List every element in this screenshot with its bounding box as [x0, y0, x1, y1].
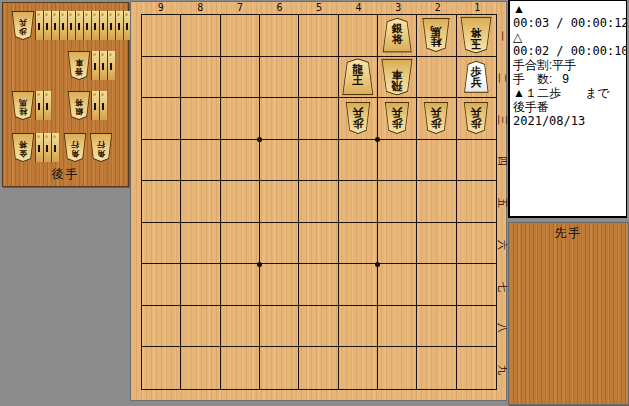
board-cell[interactable]: [417, 347, 456, 389]
board-cell[interactable]: [299, 223, 338, 265]
captured-stack-edge: [107, 51, 115, 80]
board-cell[interactable]: [339, 15, 378, 57]
shogi-piece[interactable]: 銀将: [67, 91, 91, 120]
board-cell[interactable]: [221, 347, 260, 389]
move-count-label: 手 数: 9: [513, 72, 626, 86]
shogi-piece[interactable]: 歩兵: [423, 102, 449, 134]
captured-stack[interactable]: 角行角行: [63, 133, 113, 162]
captured-stack-edge: [35, 91, 43, 120]
board-cell[interactable]: [142, 140, 181, 182]
gote-clock-mark: △: [513, 30, 626, 44]
captured-stack-edge: [43, 133, 51, 162]
shogi-board: 987654321 一二三四五六七八九 銀将桂馬玉将龍王飛車歩兵歩兵歩兵歩兵歩兵: [131, 2, 506, 400]
board-cell[interactable]: [260, 347, 299, 389]
board-cell[interactable]: [457, 181, 496, 223]
captured-stack-edge: [99, 91, 107, 120]
board-cell[interactable]: [457, 306, 496, 348]
shogi-app-window: 歩兵香車桂馬銀将金将角行角行 後手 987654321 一二三四五六七八九 銀将…: [0, 0, 629, 406]
board-cell[interactable]: [221, 181, 260, 223]
shogi-piece[interactable]: 桂馬: [11, 91, 35, 120]
board-cell[interactable]: [339, 347, 378, 389]
captured-stack-edge: [99, 51, 107, 80]
file-label: 5: [299, 2, 339, 14]
file-label: 1: [458, 2, 498, 14]
board-cell[interactable]: [181, 57, 220, 99]
captured-stack-edge: [115, 11, 123, 40]
star-point: [375, 137, 380, 142]
board-cell[interactable]: [221, 264, 260, 306]
board-cell[interactable]: [260, 223, 299, 265]
board-cell[interactable]: [181, 140, 220, 182]
board-cell[interactable]: [417, 181, 456, 223]
board-cell[interactable]: [417, 306, 456, 348]
board-cell[interactable]: [181, 15, 220, 57]
captured-stack[interactable]: 桂馬: [11, 91, 51, 120]
captured-stack[interactable]: 金将: [11, 133, 59, 162]
board-cell[interactable]: [339, 264, 378, 306]
captured-stack[interactable]: 香車: [67, 51, 115, 80]
board-cell[interactable]: [378, 347, 417, 389]
board-cell[interactable]: [221, 140, 260, 182]
captured-stack-edge: [83, 11, 91, 40]
board-cell[interactable]: [339, 223, 378, 265]
shogi-piece[interactable]: 歩兵: [11, 11, 35, 40]
board-cell[interactable]: [417, 57, 456, 99]
board-cell[interactable]: [260, 15, 299, 57]
board-cell[interactable]: [339, 140, 378, 182]
gote-tray-label: 後手: [3, 166, 128, 183]
board-cell[interactable]: [221, 306, 260, 348]
board-cell[interactable]: [417, 264, 456, 306]
board-cell[interactable]: [260, 306, 299, 348]
board-cell[interactable]: [260, 98, 299, 140]
board-cell[interactable]: [221, 57, 260, 99]
captured-stack-edge: [43, 11, 51, 40]
board-cell[interactable]: [260, 57, 299, 99]
file-labels: 987654321: [141, 2, 497, 14]
board-cell[interactable]: [221, 15, 260, 57]
shogi-piece[interactable]: 金将: [11, 133, 35, 162]
captured-stack-edge: [107, 11, 115, 40]
board-cell[interactable]: 歩兵: [378, 98, 417, 140]
board-cell[interactable]: [181, 347, 220, 389]
file-label: 8: [181, 2, 221, 14]
board-cell[interactable]: [339, 181, 378, 223]
board-cell[interactable]: [142, 15, 181, 57]
board-cell[interactable]: [181, 306, 220, 348]
captured-stack[interactable]: 銀将: [67, 91, 107, 120]
sente-clock: 00:03 / 00:00:12: [513, 16, 626, 30]
board-cell[interactable]: [378, 140, 417, 182]
sente-captured-tray: 先手: [508, 222, 629, 405]
board-cell[interactable]: 桂馬: [417, 15, 456, 57]
shogi-piece[interactable]: 桂馬: [422, 18, 451, 52]
board-cell[interactable]: 銀将: [378, 15, 417, 57]
info-panel: ▲ 00:03 / 00:00:12 △ 00:02 / 00:00:10 手合…: [508, 0, 627, 218]
board-cell[interactable]: [457, 140, 496, 182]
shogi-piece[interactable]: 飛車: [381, 58, 414, 95]
shogi-piece[interactable]: 龍王: [341, 58, 374, 95]
star-point: [257, 262, 262, 267]
board-cell[interactable]: [299, 306, 338, 348]
file-label: 2: [418, 2, 458, 14]
board-cell[interactable]: [221, 223, 260, 265]
file-label: 3: [378, 2, 418, 14]
board-cell[interactable]: [142, 264, 181, 306]
captured-stack-edge: [59, 11, 67, 40]
captured-stack-edge: [35, 133, 43, 162]
captured-stack-edge: [35, 11, 43, 40]
board-cell[interactable]: 歩兵: [339, 98, 378, 140]
board-cell[interactable]: [299, 15, 338, 57]
board-cell[interactable]: [181, 181, 220, 223]
board-cell[interactable]: [378, 181, 417, 223]
board-cell[interactable]: [417, 223, 456, 265]
board-cell[interactable]: [142, 223, 181, 265]
shogi-piece[interactable]: 歩兵: [384, 102, 410, 134]
file-label: 9: [141, 2, 181, 14]
board-cell[interactable]: [142, 57, 181, 99]
sente-clock-mark: ▲: [513, 2, 626, 16]
board-cell[interactable]: [378, 223, 417, 265]
star-point: [257, 137, 262, 142]
shogi-piece[interactable]: 歩兵: [463, 102, 489, 134]
captured-stack-edge: [91, 91, 99, 120]
board-cell[interactable]: [299, 57, 338, 99]
board-cell[interactable]: [260, 264, 299, 306]
board-cell[interactable]: 歩兵: [457, 98, 496, 140]
captured-stack-edge: [91, 11, 99, 40]
shogi-piece[interactable]: 角行: [89, 133, 113, 162]
board-cell[interactable]: [221, 98, 260, 140]
board-cell[interactable]: [299, 347, 338, 389]
board-cell[interactable]: [339, 306, 378, 348]
board-cell[interactable]: 飛車: [378, 57, 417, 99]
handicap-label: 手合割:平手: [513, 58, 626, 72]
board-cell[interactable]: [457, 347, 496, 389]
board-cell[interactable]: [378, 264, 417, 306]
captured-stack-edge: [123, 11, 131, 40]
board-cell[interactable]: 歩兵: [417, 98, 456, 140]
captured-stack[interactable]: 歩兵: [11, 11, 131, 40]
board-cell[interactable]: [299, 140, 338, 182]
board-cell[interactable]: [457, 264, 496, 306]
file-label: 6: [260, 2, 300, 14]
board-cell[interactable]: [181, 223, 220, 265]
sente-tray-label: 先手: [509, 225, 628, 242]
board-cell[interactable]: [260, 181, 299, 223]
board-cell[interactable]: [142, 181, 181, 223]
captured-stack-edge: [75, 11, 83, 40]
captured-stack-edge: [99, 11, 107, 40]
board-cell[interactable]: [378, 306, 417, 348]
game-date: 2021/08/13: [513, 114, 626, 128]
board-cell[interactable]: 歩兵: [457, 57, 496, 99]
board-cell[interactable]: [142, 347, 181, 389]
board-cell[interactable]: [181, 98, 220, 140]
board-grid: 銀将桂馬玉将龍王飛車歩兵歩兵歩兵歩兵歩兵: [141, 14, 497, 390]
board-cell[interactable]: [299, 98, 338, 140]
shogi-piece[interactable]: 玉将: [460, 17, 493, 54]
last-move-label: ▲１二歩 まで: [513, 86, 626, 100]
captured-stack-edge: [91, 51, 99, 80]
gote-captured-tray: 歩兵香車桂馬銀将金将角行角行 後手: [2, 2, 129, 187]
captured-stack-edge: [51, 133, 59, 162]
board-cell[interactable]: [181, 264, 220, 306]
captured-stack-edge: [43, 91, 51, 120]
file-label: 4: [339, 2, 379, 14]
board-cell[interactable]: 玉将: [457, 15, 496, 57]
star-point: [375, 262, 380, 267]
file-label: 7: [220, 2, 260, 14]
shogi-piece[interactable]: 銀将: [382, 18, 413, 53]
board-cell[interactable]: [457, 223, 496, 265]
shogi-piece[interactable]: 歩兵: [345, 102, 371, 134]
captured-stack-edge: [51, 11, 59, 40]
shogi-piece[interactable]: 香車: [67, 51, 91, 80]
board-cell[interactable]: [260, 140, 299, 182]
rank-labels: 一二三四五六七八九: [497, 15, 507, 391]
shogi-piece[interactable]: 歩兵: [463, 61, 489, 93]
turn-label: 後手番: [513, 100, 626, 114]
board-cell[interactable]: [142, 306, 181, 348]
shogi-piece[interactable]: 角行: [63, 133, 87, 162]
gote-clock: 00:02 / 00:00:10: [513, 44, 626, 58]
board-cell[interactable]: [299, 181, 338, 223]
board-cell[interactable]: [142, 98, 181, 140]
board-cell[interactable]: [417, 140, 456, 182]
captured-stack-edge: [67, 11, 75, 40]
board-cell[interactable]: [299, 264, 338, 306]
board-cell[interactable]: 龍王: [339, 57, 378, 99]
